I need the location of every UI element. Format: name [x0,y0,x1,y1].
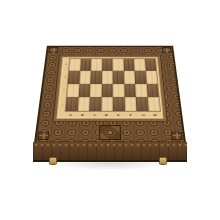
square-b1 [77,97,89,111]
square-d3 [101,71,112,84]
square-a3 [68,71,80,84]
square-e2 [113,84,125,97]
chessboard-half [65,58,161,112]
file-label-b: B [81,113,84,116]
square-d2 [101,84,112,97]
square-g1 [136,97,148,111]
square-d1 [101,97,113,111]
square-h4 [145,59,157,71]
file-label-g: G [141,113,145,116]
file-label-e: E [117,113,120,116]
square-c3 [90,71,101,84]
rank-label-2: 2 [63,89,65,92]
square-f2 [124,84,136,97]
square-g2 [135,84,147,97]
center-medallion [99,125,121,140]
square-h2 [146,84,158,97]
square-e4 [113,59,124,71]
brass-clasp-left [49,157,57,165]
square-c1 [89,97,101,111]
file-labels: ABCDEFGH [64,112,161,118]
walnut-margin: 4321 ABCDEFGH [52,55,168,122]
square-a2 [67,84,79,97]
rank-label-4: 4 [65,63,67,65]
box-lid-top-face: 4321 ABCDEFGH [34,46,186,143]
square-a4 [69,59,81,71]
square-h1 [147,97,160,111]
rank-label-3: 3 [64,76,66,78]
square-h3 [145,71,157,84]
file-label-c: C [93,113,96,116]
corner-square-motif [162,47,172,53]
product-photo[interactable]: 4321 ABCDEFGH [0,0,220,220]
square-e3 [113,71,124,84]
square-f1 [124,97,136,111]
square-c2 [90,84,102,97]
square-b3 [79,71,91,84]
square-g3 [134,71,146,84]
board-area: 4321 ABCDEFGH [58,58,161,117]
file-label-d: D [105,113,108,116]
square-g4 [134,59,146,71]
file-label-f: F [130,113,133,116]
square-c4 [91,59,102,71]
corner-square-motif [37,132,49,140]
file-label-a: A [69,113,72,116]
square-a1 [66,97,79,111]
square-f3 [124,71,136,84]
file-label-h: H [153,113,157,116]
brass-clasp-right [159,157,167,165]
corner-square-motif [171,132,183,140]
corner-square-motif [48,47,58,53]
rank-label-1: 1 [61,103,63,106]
square-e1 [113,97,125,111]
square-b4 [80,59,91,71]
square-d4 [102,59,113,71]
square-f4 [123,59,134,71]
square-b2 [78,84,90,97]
cream-inlay-frame: 4321 ABCDEFGH [56,57,163,119]
